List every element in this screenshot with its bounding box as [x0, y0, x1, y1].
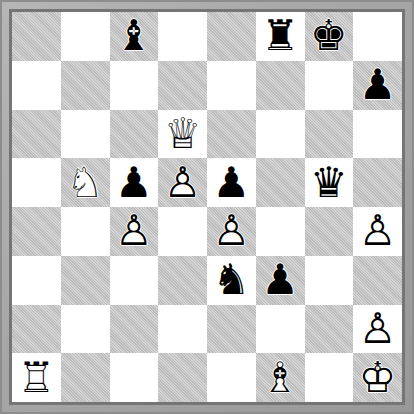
square-c8[interactable]: ♝ [110, 12, 159, 61]
square-h4[interactable]: ♟♙ [353, 207, 402, 256]
square-e3[interactable]: ♞ [207, 256, 256, 305]
white-pawn-icon[interactable]: ♟♙ [207, 207, 256, 256]
square-a3[interactable] [12, 256, 61, 305]
square-e6[interactable] [207, 110, 256, 159]
square-a1[interactable]: ♜♖ [12, 353, 61, 402]
square-h5[interactable] [353, 158, 402, 207]
board-frame: ♝♜♚♟♛♕♞♘♟♟♙♟♛♟♙♟♙♟♙♞♟♟♙♜♖♝♗♚♔ [0, 0, 414, 414]
square-a8[interactable] [12, 12, 61, 61]
white-knight-icon[interactable]: ♞♘ [61, 158, 110, 207]
piece-fill-layer: ♟ [207, 158, 256, 207]
square-b4[interactable] [61, 207, 110, 256]
square-f3[interactable]: ♟ [256, 256, 305, 305]
white-pawn-icon[interactable]: ♟♙ [110, 207, 159, 256]
piece-outline-layer: ♖ [12, 353, 61, 402]
square-b8[interactable] [61, 12, 110, 61]
square-c5[interactable]: ♟ [110, 158, 159, 207]
square-e5[interactable]: ♟ [207, 158, 256, 207]
white-queen-icon[interactable]: ♛♕ [158, 110, 207, 159]
piece-fill-layer: ♛ [305, 158, 354, 207]
piece-fill-layer: ♟ [110, 158, 159, 207]
black-king-icon[interactable]: ♚ [305, 12, 354, 61]
square-g4[interactable] [305, 207, 354, 256]
white-king-icon[interactable]: ♚♔ [353, 353, 402, 402]
square-d8[interactable] [158, 12, 207, 61]
piece-outline-layer: ♙ [110, 207, 159, 256]
square-h6[interactable] [353, 110, 402, 159]
square-d6[interactable]: ♛♕ [158, 110, 207, 159]
piece-outline-layer: ♙ [353, 207, 402, 256]
square-c4[interactable]: ♟♙ [110, 207, 159, 256]
square-d7[interactable] [158, 61, 207, 110]
piece-fill-layer: ♜ [256, 12, 305, 61]
square-b6[interactable] [61, 110, 110, 159]
piece-outline-layer: ♗ [256, 353, 305, 402]
square-e1[interactable] [207, 353, 256, 402]
square-f4[interactable] [256, 207, 305, 256]
square-c3[interactable] [110, 256, 159, 305]
black-pawn-icon[interactable]: ♟ [353, 61, 402, 110]
square-f7[interactable] [256, 61, 305, 110]
black-pawn-icon[interactable]: ♟ [256, 256, 305, 305]
square-c2[interactable] [110, 305, 159, 354]
square-e8[interactable] [207, 12, 256, 61]
square-a2[interactable] [12, 305, 61, 354]
piece-fill-layer: ♟ [353, 61, 402, 110]
piece-outline-layer: ♙ [158, 158, 207, 207]
black-pawn-icon[interactable]: ♟ [110, 158, 159, 207]
square-a6[interactable] [12, 110, 61, 159]
piece-fill-layer: ♚ [305, 12, 354, 61]
square-b1[interactable] [61, 353, 110, 402]
white-rook-icon[interactable]: ♜♖ [12, 353, 61, 402]
square-f5[interactable] [256, 158, 305, 207]
square-h8[interactable] [353, 12, 402, 61]
piece-outline-layer: ♘ [61, 158, 110, 207]
piece-fill-layer: ♞ [207, 256, 256, 305]
square-g7[interactable] [305, 61, 354, 110]
square-f2[interactable] [256, 305, 305, 354]
square-d2[interactable] [158, 305, 207, 354]
square-h3[interactable] [353, 256, 402, 305]
square-g3[interactable] [305, 256, 354, 305]
square-a7[interactable] [12, 61, 61, 110]
square-b5[interactable]: ♞♘ [61, 158, 110, 207]
black-knight-icon[interactable]: ♞ [207, 256, 256, 305]
square-a5[interactable] [12, 158, 61, 207]
piece-outline-layer: ♙ [353, 305, 402, 354]
piece-outline-layer: ♔ [353, 353, 402, 402]
black-bishop-icon[interactable]: ♝ [110, 12, 159, 61]
square-h1[interactable]: ♚♔ [353, 353, 402, 402]
white-bishop-icon[interactable]: ♝♗ [256, 353, 305, 402]
square-d1[interactable] [158, 353, 207, 402]
square-h2[interactable]: ♟♙ [353, 305, 402, 354]
black-queen-icon[interactable]: ♛ [305, 158, 354, 207]
square-d4[interactable] [158, 207, 207, 256]
square-e4[interactable]: ♟♙ [207, 207, 256, 256]
piece-fill-layer: ♟ [256, 256, 305, 305]
square-h7[interactable]: ♟ [353, 61, 402, 110]
square-g8[interactable]: ♚ [305, 12, 354, 61]
square-e2[interactable] [207, 305, 256, 354]
white-pawn-icon[interactable]: ♟♙ [353, 305, 402, 354]
square-c7[interactable] [110, 61, 159, 110]
piece-fill-layer: ♝ [110, 12, 159, 61]
square-d3[interactable] [158, 256, 207, 305]
square-b3[interactable] [61, 256, 110, 305]
square-g1[interactable] [305, 353, 354, 402]
square-b2[interactable] [61, 305, 110, 354]
square-e7[interactable] [207, 61, 256, 110]
square-f6[interactable] [256, 110, 305, 159]
square-c6[interactable] [110, 110, 159, 159]
square-g6[interactable] [305, 110, 354, 159]
square-a4[interactable] [12, 207, 61, 256]
square-b7[interactable] [61, 61, 110, 110]
chess-board: ♝♜♚♟♛♕♞♘♟♟♙♟♛♟♙♟♙♟♙♞♟♟♙♜♖♝♗♚♔ [12, 12, 402, 402]
black-pawn-icon[interactable]: ♟ [207, 158, 256, 207]
square-g2[interactable] [305, 305, 354, 354]
square-g5[interactable]: ♛ [305, 158, 354, 207]
square-f8[interactable]: ♜ [256, 12, 305, 61]
piece-outline-layer: ♕ [158, 110, 207, 159]
black-rook-icon[interactable]: ♜ [256, 12, 305, 61]
square-c1[interactable] [110, 353, 159, 402]
white-pawn-icon[interactable]: ♟♙ [353, 207, 402, 256]
white-pawn-icon[interactable]: ♟♙ [158, 158, 207, 207]
piece-outline-layer: ♙ [207, 207, 256, 256]
square-f1[interactable]: ♝♗ [256, 353, 305, 402]
square-d5[interactable]: ♟♙ [158, 158, 207, 207]
